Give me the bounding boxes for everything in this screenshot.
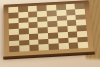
square-c1 — [29, 45, 39, 51]
board-grid — [8, 3, 88, 52]
square-g1 — [68, 43, 78, 49]
photo-scene — [0, 0, 100, 67]
square-f1 — [58, 43, 68, 49]
square-b1 — [19, 45, 29, 51]
square-a1 — [9, 46, 19, 52]
square-e1 — [49, 44, 59, 50]
square-d1 — [39, 44, 49, 50]
chess-board — [3, 0, 94, 60]
board-frame — [3, 0, 93, 56]
square-h1 — [78, 42, 88, 48]
